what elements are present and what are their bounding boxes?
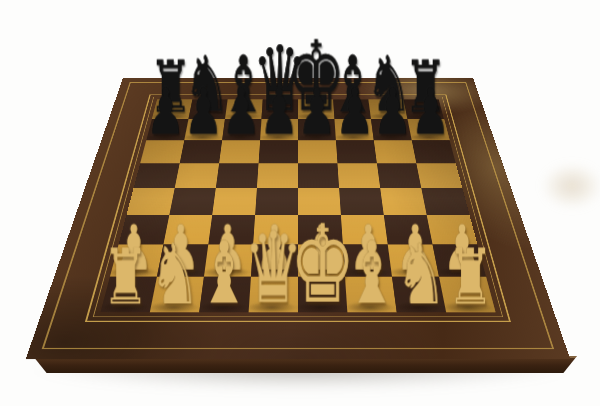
square-d7[interactable]: ♟ [260, 119, 298, 140]
square-c1[interactable]: ♝ [199, 277, 251, 313]
black-pawn-g7[interactable]: ♟ [373, 84, 412, 139]
square-f6[interactable] [336, 140, 377, 163]
chess-board-squares: ♜♞♝♛♚♝♞♜♟♟♟♟♟♟♟♟♟♟♟♟♟♟♟♟♜♞♝♛♚♝♞♜ [100, 99, 495, 312]
white-knight-b1[interactable]: ♞ [149, 239, 200, 310]
square-b6[interactable] [180, 140, 222, 163]
white-rook-h1[interactable]: ♜ [447, 245, 494, 310]
black-pawn-a7[interactable]: ♟ [146, 84, 185, 139]
square-b1[interactable]: ♞ [150, 277, 204, 313]
square-a6[interactable] [140, 140, 184, 163]
square-c6[interactable] [219, 140, 260, 163]
square-g1[interactable]: ♞ [392, 277, 446, 313]
white-bishop-c1[interactable]: ♝ [198, 237, 250, 310]
square-a7[interactable]: ♟ [146, 119, 188, 140]
black-pawn-h7[interactable]: ♟ [411, 84, 450, 139]
black-pawn-c7[interactable]: ♟ [222, 84, 261, 139]
square-c7[interactable]: ♟ [222, 119, 261, 140]
white-rook-a1[interactable]: ♜ [102, 245, 149, 310]
white-knight-g1[interactable]: ♞ [396, 239, 447, 310]
square-h7[interactable]: ♟ [407, 119, 449, 140]
black-pawn-d7[interactable]: ♟ [259, 84, 298, 139]
black-pawn-e7[interactable]: ♟ [297, 84, 336, 139]
square-d6[interactable] [259, 140, 298, 163]
chess-board: ♜♞♝♛♚♝♞♜♟♟♟♟♟♟♟♟♟♟♟♟♟♟♟♟♜♞♝♛♚♝♞♜ [26, 78, 571, 360]
background-smudge [541, 163, 600, 209]
square-h6[interactable] [412, 140, 456, 163]
square-e6[interactable] [298, 140, 337, 163]
square-g6[interactable] [374, 140, 416, 163]
square-b7[interactable]: ♟ [184, 119, 225, 140]
square-h1[interactable]: ♜ [439, 277, 495, 313]
white-king-e1[interactable]: ♚ [290, 219, 356, 310]
square-g7[interactable]: ♟ [371, 119, 412, 140]
square-e1[interactable]: ♚ [298, 277, 347, 313]
square-e7[interactable]: ♟ [298, 119, 336, 140]
black-pawn-b7[interactable]: ♟ [184, 84, 223, 139]
photo-scene: ♜♞♝♛♚♝♞♜♟♟♟♟♟♟♟♟♟♟♟♟♟♟♟♟♜♞♝♛♚♝♞♜ [0, 0, 600, 406]
black-pawn-f7[interactable]: ♟ [335, 84, 374, 139]
square-a1[interactable]: ♜ [100, 277, 156, 313]
square-f7[interactable]: ♟ [334, 119, 373, 140]
